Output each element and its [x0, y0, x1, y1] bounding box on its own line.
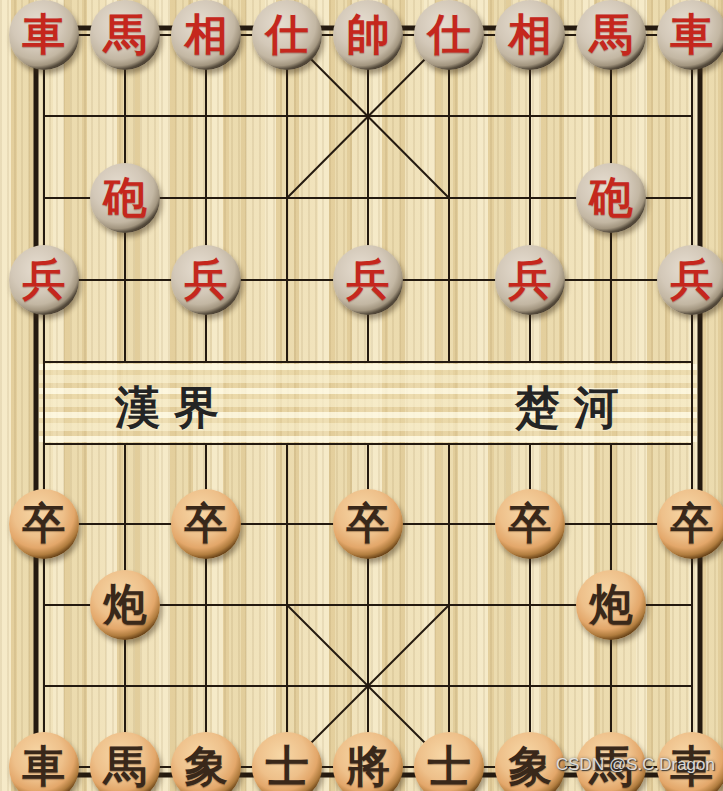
- piece-label: 車: [671, 13, 714, 56]
- xiangqi-board: 漢界 楚河 車馬相仕帥仕相馬車砲砲兵兵兵兵兵卒卒卒卒卒炮炮車馬象士將士象馬車 C…: [0, 0, 723, 791]
- piece-label: 兵: [509, 258, 552, 301]
- piece-black-cannon[interactable]: 炮: [576, 570, 646, 640]
- piece-red-elephant[interactable]: 相: [171, 0, 241, 70]
- piece-red-chariot[interactable]: 車: [9, 0, 79, 70]
- piece-label: 兵: [23, 258, 66, 301]
- piece-red-soldier[interactable]: 兵: [657, 245, 723, 315]
- piece-label: 卒: [347, 502, 390, 545]
- piece-black-soldier[interactable]: 卒: [657, 489, 723, 559]
- piece-label: 帥: [347, 13, 390, 56]
- piece-label: 相: [509, 13, 552, 56]
- piece-label: 馬: [104, 745, 147, 788]
- piece-label: 相: [185, 13, 228, 56]
- piece-red-horse[interactable]: 馬: [576, 0, 646, 70]
- watermark: CSDN @S.C.Dragon: [556, 755, 715, 775]
- piece-label: 炮: [590, 583, 633, 626]
- piece-red-advisor[interactable]: 仕: [252, 0, 322, 70]
- piece-red-horse[interactable]: 馬: [90, 0, 160, 70]
- piece-red-soldier[interactable]: 兵: [9, 245, 79, 315]
- piece-red-advisor[interactable]: 仕: [414, 0, 484, 70]
- piece-label: 卒: [23, 502, 66, 545]
- piece-label: 炮: [104, 583, 147, 626]
- piece-label: 仕: [428, 13, 471, 56]
- piece-label: 砲: [590, 176, 633, 219]
- piece-label: 象: [185, 745, 228, 788]
- piece-label: 砲: [104, 176, 147, 219]
- piece-black-soldier[interactable]: 卒: [495, 489, 565, 559]
- piece-label: 馬: [104, 13, 147, 56]
- piece-label: 馬: [590, 13, 633, 56]
- piece-label: 士: [428, 745, 471, 788]
- piece-label: 車: [23, 13, 66, 56]
- piece-red-cannon[interactable]: 砲: [90, 163, 160, 233]
- piece-red-elephant[interactable]: 相: [495, 0, 565, 70]
- piece-label: 兵: [671, 258, 714, 301]
- piece-label: 卒: [509, 502, 552, 545]
- piece-label: 士: [266, 745, 309, 788]
- river-label-right: 楚河: [504, 383, 644, 433]
- piece-label: 兵: [347, 258, 390, 301]
- piece-label: 卒: [671, 502, 714, 545]
- piece-label: 將: [347, 745, 390, 788]
- piece-black-soldier[interactable]: 卒: [9, 489, 79, 559]
- piece-red-cannon[interactable]: 砲: [576, 163, 646, 233]
- piece-label: 兵: [185, 258, 228, 301]
- piece-black-soldier[interactable]: 卒: [333, 489, 403, 559]
- piece-red-soldier[interactable]: 兵: [171, 245, 241, 315]
- piece-red-chariot[interactable]: 車: [657, 0, 723, 70]
- piece-label: 象: [509, 745, 552, 788]
- piece-black-soldier[interactable]: 卒: [171, 489, 241, 559]
- piece-label: 仕: [266, 13, 309, 56]
- piece-red-soldier[interactable]: 兵: [495, 245, 565, 315]
- piece-red-general[interactable]: 帥: [333, 0, 403, 70]
- piece-black-cannon[interactable]: 炮: [90, 570, 160, 640]
- piece-label: 車: [23, 745, 66, 788]
- piece-red-soldier[interactable]: 兵: [333, 245, 403, 315]
- river-label-left: 漢界: [104, 383, 244, 433]
- piece-label: 卒: [185, 502, 228, 545]
